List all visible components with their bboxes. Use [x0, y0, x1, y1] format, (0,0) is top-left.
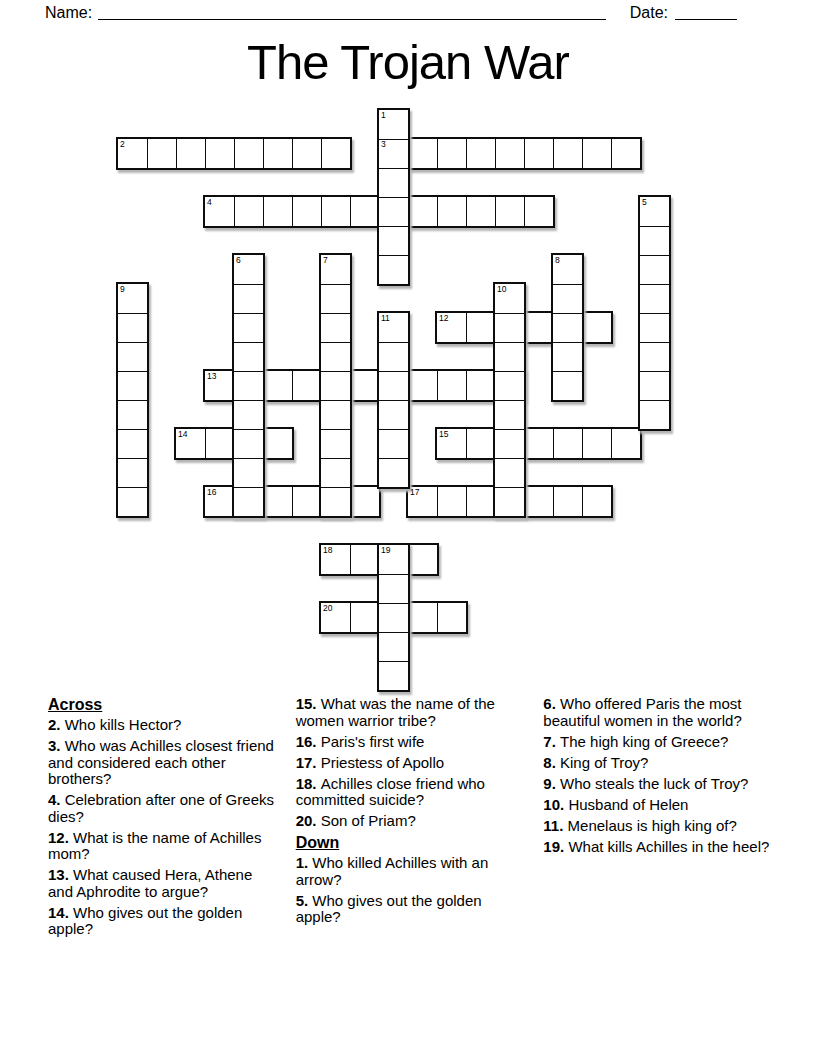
cell-r11c14[interactable] — [524, 429, 553, 458]
cell-r9c10[interactable] — [408, 371, 437, 400]
cell-r17c11[interactable] — [437, 603, 466, 632]
cell-r11c3[interactable] — [205, 429, 234, 458]
cell-r1c13[interactable] — [495, 139, 524, 168]
cell-r15c10[interactable] — [408, 545, 437, 574]
cell-r9c15[interactable] — [553, 371, 582, 400]
clue-down-6: 6. Who offered Paris the most beautiful … — [543, 696, 770, 729]
cell-r1c10[interactable] — [408, 139, 437, 168]
cell-r3c3[interactable] — [205, 197, 234, 226]
cell-r6c18[interactable] — [640, 284, 669, 313]
word-10-down — [493, 282, 526, 518]
cell-r15c7[interactable] — [321, 545, 350, 574]
cell-r12c13[interactable] — [495, 458, 524, 487]
clue-across-4: 4. Celebration after one of Greeks dies? — [48, 792, 275, 825]
cell-r13c12[interactable] — [466, 487, 495, 516]
word-7-down — [319, 253, 352, 518]
cell-r5c15[interactable] — [553, 255, 582, 284]
word-5-down — [638, 195, 671, 431]
across-header: Across — [48, 696, 275, 714]
cell-r5c7[interactable] — [321, 255, 350, 284]
cell-r7c4[interactable] — [234, 313, 263, 342]
cell-r1c4[interactable] — [234, 139, 263, 168]
cell-r1c5[interactable] — [263, 139, 292, 168]
clue-down-5: 5. Who gives out the golden apple? — [296, 893, 523, 926]
cell-r1c7[interactable] — [321, 139, 350, 168]
cell-r3c5[interactable] — [263, 197, 292, 226]
word-8-down — [551, 253, 584, 402]
worksheet-header: Name: Date: — [45, 4, 737, 22]
clue-list: Across2. Who kills Hector?3. Who was Ach… — [48, 696, 770, 942]
cell-r1c14[interactable] — [524, 139, 553, 168]
cell-r9c4[interactable] — [234, 371, 263, 400]
cell-r7c13[interactable] — [495, 313, 524, 342]
cell-r9c3[interactable] — [205, 371, 234, 400]
cell-r6c4[interactable] — [234, 284, 263, 313]
cell-r13c4[interactable] — [234, 487, 263, 516]
cell-r3c4[interactable] — [234, 197, 263, 226]
word-11-down — [377, 311, 410, 489]
cell-r11c12[interactable] — [466, 429, 495, 458]
cell-r16c9[interactable] — [379, 574, 408, 603]
cell-r7c14[interactable] — [524, 313, 553, 342]
cell-r6c7[interactable] — [321, 284, 350, 313]
word-19-down — [377, 543, 410, 692]
clue-across-17: 17. Priestess of Apollo — [296, 755, 523, 772]
cell-r9c0[interactable] — [118, 371, 147, 400]
cell-r13c0[interactable] — [118, 487, 147, 516]
cell-r8c13[interactable] — [495, 342, 524, 371]
cell-r8c9[interactable] — [379, 342, 408, 371]
cell-r11c11[interactable] — [437, 429, 466, 458]
cell-r7c7[interactable] — [321, 313, 350, 342]
cell-r7c15[interactable] — [553, 313, 582, 342]
cell-r6c15[interactable] — [553, 284, 582, 313]
cell-r11c4[interactable] — [234, 429, 263, 458]
name-label: Name: — [45, 4, 92, 22]
cell-r1c1[interactable] — [147, 139, 176, 168]
cell-r7c12[interactable] — [466, 313, 495, 342]
cell-r8c18[interactable] — [640, 342, 669, 371]
cell-r9c8[interactable] — [350, 371, 379, 400]
clue-down-8: 8. King of Troy? — [543, 755, 770, 772]
cell-r13c16[interactable] — [582, 487, 611, 516]
cell-r5c4[interactable] — [234, 255, 263, 284]
cell-r11c2[interactable] — [176, 429, 205, 458]
cell-r1c15[interactable] — [553, 139, 582, 168]
worksheet-page: Name: Date: The Trojan War 2341213141516… — [0, 0, 816, 1056]
cell-r7c16[interactable] — [582, 313, 611, 342]
cell-r3c13[interactable] — [495, 197, 524, 226]
cell-r1c12[interactable] — [466, 139, 495, 168]
cell-r17c10[interactable] — [408, 603, 437, 632]
cell-r1c2[interactable] — [176, 139, 205, 168]
cell-r9c5[interactable] — [263, 371, 292, 400]
cell-r3c9[interactable] — [379, 197, 408, 226]
cell-r13c5[interactable] — [263, 487, 292, 516]
cell-r3c14[interactable] — [524, 197, 553, 226]
name-blank-line[interactable] — [98, 5, 606, 20]
word-3-across — [377, 137, 642, 170]
cell-r10c18[interactable] — [640, 400, 669, 429]
cell-r3c8[interactable] — [350, 197, 379, 226]
cell-r11c16[interactable] — [582, 429, 611, 458]
cell-r13c10[interactable] — [408, 487, 437, 516]
cell-r3c10[interactable] — [408, 197, 437, 226]
clue-down-19: 19. What kills Achilles in the heel? — [543, 839, 770, 856]
clue-across-18: 18. Achilles close friend who committed … — [296, 776, 523, 809]
clue-down-11: 11. Menelaus is high king of? — [543, 818, 770, 835]
cell-r3c12[interactable] — [466, 197, 495, 226]
cell-r7c18[interactable] — [640, 313, 669, 342]
cell-r5c9[interactable] — [379, 255, 408, 284]
word-2-across — [116, 137, 352, 170]
cell-r12c7[interactable] — [321, 458, 350, 487]
clue-across-15: 15. What was the name of the women warri… — [296, 696, 523, 729]
cell-r17c7[interactable] — [321, 603, 350, 632]
cell-r6c13[interactable] — [495, 284, 524, 313]
clue-down-7: 7. The high king of Greece? — [543, 734, 770, 751]
cell-r10c9[interactable] — [379, 400, 408, 429]
cell-r15c8[interactable] — [350, 545, 379, 574]
cell-r13c14[interactable] — [524, 487, 553, 516]
clue-column-3: 6. Who offered Paris the most beautiful … — [543, 696, 770, 942]
cell-r9c18[interactable] — [640, 371, 669, 400]
clue-down-9: 9. Who steals the luck of Troy? — [543, 776, 770, 793]
cell-r10c13[interactable] — [495, 400, 524, 429]
cell-r1c16[interactable] — [582, 139, 611, 168]
clue-across-12: 12. What is the name of Achilles mom? — [48, 830, 275, 863]
cell-r4c9[interactable] — [379, 226, 408, 255]
date-label: Date: — [630, 4, 668, 22]
cell-r10c7[interactable] — [321, 400, 350, 429]
clue-across-2: 2. Who kills Hector? — [48, 717, 275, 734]
cell-r1c9[interactable] — [379, 139, 408, 168]
cell-r9c6[interactable] — [292, 371, 321, 400]
clue-across-3: 3. Who was Achilles closest friend and c… — [48, 738, 275, 788]
date-blank-line[interactable] — [675, 5, 737, 20]
cell-r1c11[interactable] — [437, 139, 466, 168]
cell-r12c9[interactable] — [379, 458, 408, 487]
cell-r0c9[interactable] — [379, 110, 408, 139]
cell-r11c17[interactable] — [611, 429, 640, 458]
word-15-across — [435, 427, 642, 460]
cell-r9c12[interactable] — [466, 371, 495, 400]
cell-r13c3[interactable] — [205, 487, 234, 516]
cell-r18c9[interactable] — [379, 632, 408, 661]
cell-r5c18[interactable] — [640, 255, 669, 284]
cell-r13c11[interactable] — [437, 487, 466, 516]
cell-r4c18[interactable] — [640, 226, 669, 255]
cell-r11c7[interactable] — [321, 429, 350, 458]
cell-r11c5[interactable] — [263, 429, 292, 458]
cell-r17c8[interactable] — [350, 603, 379, 632]
crossword-grid: 2341213141516171820156789101119 — [118, 110, 670, 692]
word-1-down — [377, 108, 410, 286]
cell-r11c0[interactable] — [118, 429, 147, 458]
cell-r3c11[interactable] — [437, 197, 466, 226]
clue-column-2: 15. What was the name of the women warri… — [296, 696, 523, 942]
cell-r12c0[interactable] — [118, 458, 147, 487]
cell-r13c13[interactable] — [495, 487, 524, 516]
cell-r9c13[interactable] — [495, 371, 524, 400]
cell-r8c15[interactable] — [553, 342, 582, 371]
clue-across-14: 14. Who gives out the golden apple? — [48, 905, 275, 938]
clue-across-16: 16. Paris's first wife — [296, 734, 523, 751]
cell-r9c9[interactable] — [379, 371, 408, 400]
cell-r11c13[interactable] — [495, 429, 524, 458]
word-6-down — [232, 253, 265, 518]
cell-r11c9[interactable] — [379, 429, 408, 458]
cell-r1c6[interactable] — [292, 139, 321, 168]
cell-r7c9[interactable] — [379, 313, 408, 342]
word-16-across — [203, 485, 381, 518]
word-9-down — [116, 282, 149, 518]
cell-r3c18[interactable] — [640, 197, 669, 226]
down-header: Down — [296, 834, 523, 852]
clue-down-1: 1. Who killed Achilles with an arrow? — [296, 855, 523, 888]
cell-r9c11[interactable] — [437, 371, 466, 400]
cell-r13c15[interactable] — [553, 487, 582, 516]
cell-r10c0[interactable] — [118, 400, 147, 429]
cell-r19c9[interactable] — [379, 661, 408, 690]
cell-r8c4[interactable] — [234, 342, 263, 371]
cell-r17c9[interactable] — [379, 603, 408, 632]
cell-r7c0[interactable] — [118, 313, 147, 342]
cell-r2c9[interactable] — [379, 168, 408, 197]
cell-r3c7[interactable] — [321, 197, 350, 226]
cell-r15c9[interactable] — [379, 545, 408, 574]
cell-r13c6[interactable] — [292, 487, 321, 516]
cell-r8c7[interactable] — [321, 342, 350, 371]
cell-r13c7[interactable] — [321, 487, 350, 516]
cell-r1c3[interactable] — [205, 139, 234, 168]
cell-r9c7[interactable] — [321, 371, 350, 400]
cell-r6c0[interactable] — [118, 284, 147, 313]
clue-down-10: 10. Husband of Helen — [543, 797, 770, 814]
cell-r10c4[interactable] — [234, 400, 263, 429]
page-title: The Trojan War — [0, 33, 816, 91]
clue-across-13: 13. What caused Hera, Athene and Aphrodi… — [48, 867, 275, 900]
cell-r11c15[interactable] — [553, 429, 582, 458]
cell-r7c11[interactable] — [437, 313, 466, 342]
clue-across-20: 20. Son of Priam? — [296, 813, 523, 830]
clue-column-1: Across2. Who kills Hector?3. Who was Ach… — [48, 696, 275, 942]
cell-r1c0[interactable] — [118, 139, 147, 168]
cell-r12c4[interactable] — [234, 458, 263, 487]
cell-r8c0[interactable] — [118, 342, 147, 371]
cell-r1c17[interactable] — [611, 139, 640, 168]
cell-r3c6[interactable] — [292, 197, 321, 226]
cell-r13c8[interactable] — [350, 487, 379, 516]
